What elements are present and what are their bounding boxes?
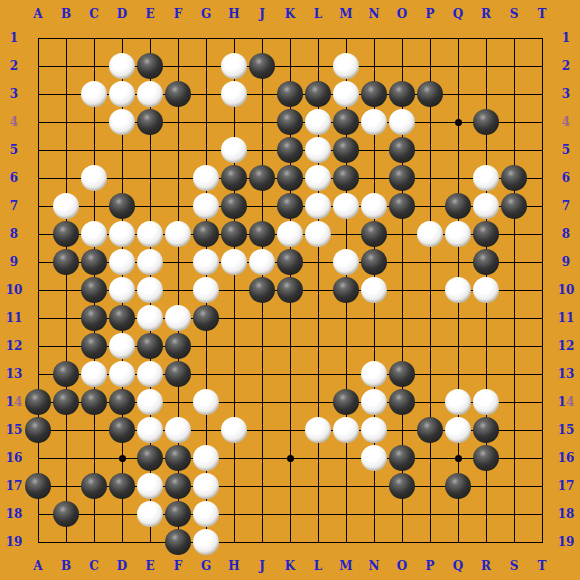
black-stone-B18[interactable]: ●	[53, 501, 79, 527]
black-stone-B9[interactable]: ●	[53, 249, 79, 275]
white-stone-L7[interactable]: ○	[305, 193, 331, 219]
black-stone-E12[interactable]: ●	[137, 333, 163, 359]
row-label-right-7: 7	[552, 192, 580, 220]
black-stone-K6[interactable]: ●	[277, 165, 303, 191]
row-label-left-14: 14	[0, 388, 28, 416]
row-label-left-6: 6	[0, 164, 28, 192]
black-stone-J8[interactable]: ●	[249, 221, 275, 247]
white-stone-M9[interactable]: ○	[333, 249, 359, 275]
black-stone-C17[interactable]: ●	[81, 473, 107, 499]
black-stone-R4[interactable]: ●	[473, 109, 499, 135]
row-label-left-10: 10	[0, 276, 28, 304]
col-label-bottom-R: R	[472, 552, 500, 580]
black-stone-O14[interactable]: ●	[389, 389, 415, 415]
black-stone-K5[interactable]: ●	[277, 137, 303, 163]
black-stone-N8[interactable]: ●	[361, 221, 387, 247]
white-stone-G16[interactable]: ○	[193, 445, 219, 471]
black-stone-H6[interactable]: ●	[221, 165, 247, 191]
row-label-left-8: 8	[0, 220, 28, 248]
col-label-bottom-D: D	[108, 552, 136, 580]
col-label-bottom-K: K	[276, 552, 304, 580]
black-stone-F16[interactable]: ●	[165, 445, 191, 471]
black-stone-G8[interactable]: ●	[193, 221, 219, 247]
black-stone-O6[interactable]: ●	[389, 165, 415, 191]
black-stone-C12[interactable]: ●	[81, 333, 107, 359]
white-stone-D12[interactable]: ○	[109, 333, 135, 359]
black-stone-F3[interactable]: ●	[165, 81, 191, 107]
go-board: AABBCCDDEEFFGGHHJJKKLLMMNNOOPPQQRRSSTT11…	[0, 0, 580, 580]
white-stone-H15[interactable]: ○	[221, 417, 247, 443]
white-stone-E17[interactable]: ○	[137, 473, 163, 499]
white-stone-O4[interactable]: ○	[389, 109, 415, 135]
black-stone-C10[interactable]: ●	[81, 277, 107, 303]
col-label-bottom-T: T	[528, 552, 556, 580]
white-stone-G19[interactable]: ○	[193, 529, 219, 555]
black-stone-F18[interactable]: ●	[165, 501, 191, 527]
col-label-top-R: R	[472, 0, 500, 28]
white-stone-E15[interactable]: ○	[137, 417, 163, 443]
black-stone-G11[interactable]: ●	[193, 305, 219, 331]
white-stone-G7[interactable]: ○	[193, 193, 219, 219]
col-label-top-E: E	[136, 0, 164, 28]
black-stone-Q17[interactable]: ●	[445, 473, 471, 499]
black-stone-H7[interactable]: ●	[221, 193, 247, 219]
white-stone-L8[interactable]: ○	[305, 221, 331, 247]
black-stone-M4[interactable]: ●	[333, 109, 359, 135]
col-label-bottom-F: F	[164, 552, 192, 580]
white-stone-D9[interactable]: ○	[109, 249, 135, 275]
row-label-left-19: 19	[0, 528, 28, 556]
white-stone-C8[interactable]: ○	[81, 221, 107, 247]
white-stone-F15[interactable]: ○	[165, 417, 191, 443]
black-stone-D11[interactable]: ●	[109, 305, 135, 331]
row-label-right-8: 8	[552, 220, 580, 248]
black-stone-K3[interactable]: ●	[277, 81, 303, 107]
white-stone-N13[interactable]: ○	[361, 361, 387, 387]
black-stone-O3[interactable]: ●	[389, 81, 415, 107]
white-stone-M2[interactable]: ○	[333, 53, 359, 79]
black-stone-M6[interactable]: ●	[333, 165, 359, 191]
col-label-top-M: M	[332, 0, 360, 28]
white-stone-D2[interactable]: ○	[109, 53, 135, 79]
row-label-left-5: 5	[0, 136, 28, 164]
black-stone-O17[interactable]: ●	[389, 473, 415, 499]
col-label-bottom-B: B	[52, 552, 80, 580]
row-label-left-11: 11	[0, 304, 28, 332]
white-stone-D13[interactable]: ○	[109, 361, 135, 387]
white-stone-Q8[interactable]: ○	[445, 221, 471, 247]
black-stone-K9[interactable]: ●	[277, 249, 303, 275]
black-stone-K4[interactable]: ●	[277, 109, 303, 135]
white-stone-R10[interactable]: ○	[473, 277, 499, 303]
hoshi-point-Q16	[455, 455, 462, 462]
black-stone-F17[interactable]: ●	[165, 473, 191, 499]
black-stone-E2[interactable]: ●	[137, 53, 163, 79]
white-stone-R7[interactable]: ○	[473, 193, 499, 219]
black-stone-K7[interactable]: ●	[277, 193, 303, 219]
row-label-left-12: 12	[0, 332, 28, 360]
black-stone-N3[interactable]: ●	[361, 81, 387, 107]
col-label-top-D: D	[108, 0, 136, 28]
black-stone-R8[interactable]: ●	[473, 221, 499, 247]
black-stone-A17[interactable]: ●	[25, 473, 51, 499]
row-label-right-12: 12	[552, 332, 580, 360]
black-stone-Q7[interactable]: ●	[445, 193, 471, 219]
white-stone-L4[interactable]: ○	[305, 109, 331, 135]
col-label-bottom-A: A	[24, 552, 52, 580]
row-label-right-2: 2	[552, 52, 580, 80]
col-label-bottom-H: H	[220, 552, 248, 580]
black-stone-D7[interactable]: ●	[109, 193, 135, 219]
black-stone-F12[interactable]: ●	[165, 333, 191, 359]
col-label-top-J: J	[248, 0, 276, 28]
white-stone-E9[interactable]: ○	[137, 249, 163, 275]
row-label-right-13: 13	[552, 360, 580, 388]
row-label-right-17: 17	[552, 472, 580, 500]
col-label-top-C: C	[80, 0, 108, 28]
col-label-bottom-C: C	[80, 552, 108, 580]
white-stone-R14[interactable]: ○	[473, 389, 499, 415]
white-stone-Q14[interactable]: ○	[445, 389, 471, 415]
black-stone-S7[interactable]: ●	[501, 193, 527, 219]
row-label-right-14: 14	[552, 388, 580, 416]
col-label-bottom-S: S	[500, 552, 528, 580]
white-stone-C3[interactable]: ○	[81, 81, 107, 107]
black-stone-E4[interactable]: ●	[137, 109, 163, 135]
white-stone-H5[interactable]: ○	[221, 137, 247, 163]
white-stone-N7[interactable]: ○	[361, 193, 387, 219]
hoshi-point-D16	[119, 455, 126, 462]
white-stone-L5[interactable]: ○	[305, 137, 331, 163]
white-stone-E8[interactable]: ○	[137, 221, 163, 247]
row-label-left-9: 9	[0, 248, 28, 276]
col-label-top-G: G	[192, 0, 220, 28]
white-stone-E3[interactable]: ○	[137, 81, 163, 107]
white-stone-B7[interactable]: ○	[53, 193, 79, 219]
black-stone-C14[interactable]: ●	[81, 389, 107, 415]
white-stone-F11[interactable]: ○	[165, 305, 191, 331]
black-stone-A14[interactable]: ●	[25, 389, 51, 415]
black-stone-F13[interactable]: ●	[165, 361, 191, 387]
white-stone-N16[interactable]: ○	[361, 445, 387, 471]
hoshi-point-Q4	[455, 119, 462, 126]
white-stone-E11[interactable]: ○	[137, 305, 163, 331]
row-label-right-16: 16	[552, 444, 580, 472]
white-stone-M7[interactable]: ○	[333, 193, 359, 219]
black-stone-A15[interactable]: ●	[25, 417, 51, 443]
hoshi-point-K16	[287, 455, 294, 462]
black-stone-M10[interactable]: ●	[333, 277, 359, 303]
col-label-bottom-O: O	[388, 552, 416, 580]
row-label-right-1: 1	[552, 24, 580, 52]
black-stone-P15[interactable]: ●	[417, 417, 443, 443]
col-label-bottom-M: M	[332, 552, 360, 580]
black-stone-M14[interactable]: ●	[333, 389, 359, 415]
black-stone-B13[interactable]: ●	[53, 361, 79, 387]
black-stone-D17[interactable]: ●	[109, 473, 135, 499]
white-stone-J9[interactable]: ○	[249, 249, 275, 275]
black-stone-J10[interactable]: ●	[249, 277, 275, 303]
col-label-bottom-L: L	[304, 552, 332, 580]
white-stone-G14[interactable]: ○	[193, 389, 219, 415]
white-stone-M15[interactable]: ○	[333, 417, 359, 443]
black-stone-J6[interactable]: ●	[249, 165, 275, 191]
col-label-top-F: F	[164, 0, 192, 28]
white-stone-M3[interactable]: ○	[333, 81, 359, 107]
col-label-top-B: B	[52, 0, 80, 28]
white-stone-E14[interactable]: ○	[137, 389, 163, 415]
col-label-top-H: H	[220, 0, 248, 28]
col-label-bottom-P: P	[416, 552, 444, 580]
col-label-bottom-G: G	[192, 552, 220, 580]
white-stone-E13[interactable]: ○	[137, 361, 163, 387]
white-stone-L15[interactable]: ○	[305, 417, 331, 443]
white-stone-P8[interactable]: ○	[417, 221, 443, 247]
black-stone-H8[interactable]: ●	[221, 221, 247, 247]
black-stone-S6[interactable]: ●	[501, 165, 527, 191]
row-label-right-15: 15	[552, 416, 580, 444]
black-stone-E16[interactable]: ●	[137, 445, 163, 471]
white-stone-C13[interactable]: ○	[81, 361, 107, 387]
white-stone-C6[interactable]: ○	[81, 165, 107, 191]
white-stone-F8[interactable]: ○	[165, 221, 191, 247]
black-stone-O7[interactable]: ●	[389, 193, 415, 219]
black-stone-O5[interactable]: ●	[389, 137, 415, 163]
white-stone-E10[interactable]: ○	[137, 277, 163, 303]
col-label-top-O: O	[388, 0, 416, 28]
white-stone-Q15[interactable]: ○	[445, 417, 471, 443]
row-label-left-3: 3	[0, 80, 28, 108]
black-stone-R15[interactable]: ●	[473, 417, 499, 443]
white-stone-H2[interactable]: ○	[221, 53, 247, 79]
row-label-left-13: 13	[0, 360, 28, 388]
col-label-bottom-J: J	[248, 552, 276, 580]
col-label-top-A: A	[24, 0, 52, 28]
black-stone-B14[interactable]: ●	[53, 389, 79, 415]
white-stone-G10[interactable]: ○	[193, 277, 219, 303]
row-label-right-18: 18	[552, 500, 580, 528]
row-label-left-4: 4	[0, 108, 28, 136]
row-label-left-15: 15	[0, 416, 28, 444]
black-stone-O13[interactable]: ●	[389, 361, 415, 387]
col-label-bottom-N: N	[360, 552, 388, 580]
white-stone-R6[interactable]: ○	[473, 165, 499, 191]
row-label-left-17: 17	[0, 472, 28, 500]
black-stone-D14[interactable]: ●	[109, 389, 135, 415]
white-stone-N15[interactable]: ○	[361, 417, 387, 443]
col-label-top-P: P	[416, 0, 444, 28]
white-stone-H3[interactable]: ○	[221, 81, 247, 107]
white-stone-D3[interactable]: ○	[109, 81, 135, 107]
black-stone-F19[interactable]: ●	[165, 529, 191, 555]
white-stone-G17[interactable]: ○	[193, 473, 219, 499]
white-stone-G6[interactable]: ○	[193, 165, 219, 191]
col-label-top-K: K	[276, 0, 304, 28]
white-stone-L6[interactable]: ○	[305, 165, 331, 191]
white-stone-K8[interactable]: ○	[277, 221, 303, 247]
black-stone-C9[interactable]: ●	[81, 249, 107, 275]
white-stone-D8[interactable]: ○	[109, 221, 135, 247]
row-label-left-1: 1	[0, 24, 28, 52]
black-stone-N9[interactable]: ●	[361, 249, 387, 275]
black-stone-R9[interactable]: ●	[473, 249, 499, 275]
black-stone-L3[interactable]: ●	[305, 81, 331, 107]
row-label-left-16: 16	[0, 444, 28, 472]
row-label-right-6: 6	[552, 164, 580, 192]
white-stone-N10[interactable]: ○	[361, 277, 387, 303]
col-label-top-S: S	[500, 0, 528, 28]
row-label-right-5: 5	[552, 136, 580, 164]
white-stone-H9[interactable]: ○	[221, 249, 247, 275]
black-stone-J2[interactable]: ●	[249, 53, 275, 79]
col-label-bottom-E: E	[136, 552, 164, 580]
white-stone-D4[interactable]: ○	[109, 109, 135, 135]
black-stone-M5[interactable]: ●	[333, 137, 359, 163]
row-label-right-10: 10	[552, 276, 580, 304]
col-label-top-L: L	[304, 0, 332, 28]
row-label-right-9: 9	[552, 248, 580, 276]
black-stone-R16[interactable]: ●	[473, 445, 499, 471]
col-label-top-N: N	[360, 0, 388, 28]
black-stone-P3[interactable]: ●	[417, 81, 443, 107]
black-stone-K10[interactable]: ●	[277, 277, 303, 303]
black-stone-C11[interactable]: ●	[81, 305, 107, 331]
black-stone-B8[interactable]: ●	[53, 221, 79, 247]
white-stone-D10[interactable]: ○	[109, 277, 135, 303]
row-label-left-2: 2	[0, 52, 28, 80]
row-label-right-4: 4	[552, 108, 580, 136]
white-stone-N14[interactable]: ○	[361, 389, 387, 415]
col-label-top-Q: Q	[444, 0, 472, 28]
row-label-left-7: 7	[0, 192, 28, 220]
black-stone-D15[interactable]: ●	[109, 417, 135, 443]
white-stone-N4[interactable]: ○	[361, 109, 387, 135]
black-stone-O16[interactable]: ●	[389, 445, 415, 471]
row-label-right-3: 3	[552, 80, 580, 108]
white-stone-G18[interactable]: ○	[193, 501, 219, 527]
col-label-bottom-Q: Q	[444, 552, 472, 580]
row-label-right-19: 19	[552, 528, 580, 556]
white-stone-G9[interactable]: ○	[193, 249, 219, 275]
row-label-right-11: 11	[552, 304, 580, 332]
white-stone-E18[interactable]: ○	[137, 501, 163, 527]
row-label-left-18: 18	[0, 500, 28, 528]
white-stone-Q10[interactable]: ○	[445, 277, 471, 303]
